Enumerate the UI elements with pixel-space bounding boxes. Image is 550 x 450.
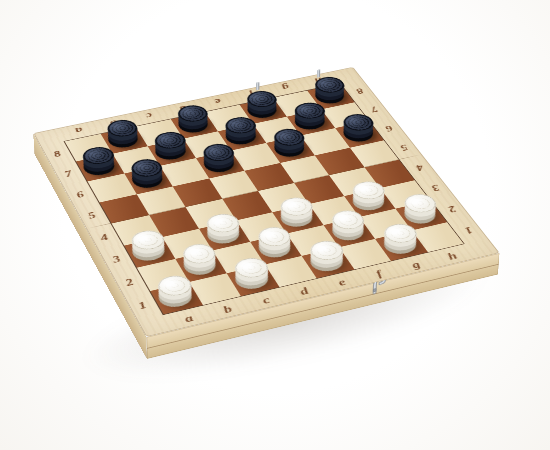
product-photo: aabbccddeeffgghh1122334455667788	[0, 0, 550, 450]
checkers-board: aabbccddeeffgghh1122334455667788	[33, 67, 499, 337]
board-top-face: aabbccddeeffgghh1122334455667788	[33, 67, 499, 337]
scene: aabbccddeeffgghh1122334455667788	[0, 0, 550, 450]
latch-hook-icon	[370, 272, 388, 296]
